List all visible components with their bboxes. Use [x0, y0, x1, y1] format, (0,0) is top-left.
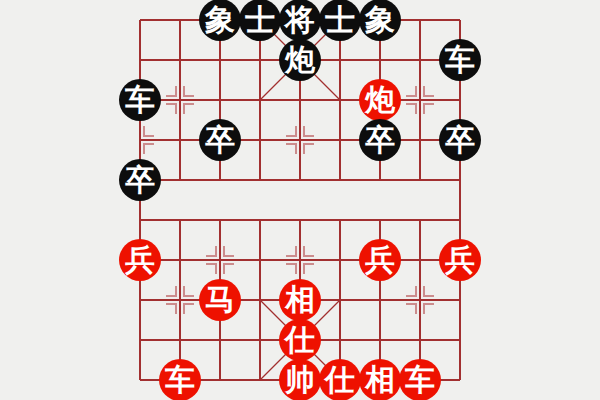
piece-red-advisor[interactable]: 仕 — [319, 359, 361, 400]
piece-black-elephant[interactable]: 象 — [359, 0, 401, 41]
piece-black-soldier[interactable]: 卒 — [119, 159, 161, 201]
piece-black-soldier[interactable]: 卒 — [199, 119, 241, 161]
pieces-layer: 象士将士象炮车车炮卒卒卒卒兵兵兵马相仕车帅仕相车 — [0, 0, 600, 400]
piece-black-advisor[interactable]: 士 — [239, 0, 281, 41]
piece-black-chariot[interactable]: 车 — [439, 39, 481, 81]
piece-red-cannon[interactable]: 炮 — [359, 79, 401, 121]
piece-black-chariot[interactable]: 车 — [119, 79, 161, 121]
piece-red-soldier[interactable]: 兵 — [119, 239, 161, 281]
piece-red-soldier[interactable]: 兵 — [439, 239, 481, 281]
xiangqi-board[interactable]: 象士将士象炮车车炮卒卒卒卒兵兵兵马相仕车帅仕相车 — [0, 0, 600, 400]
piece-black-general[interactable]: 将 — [279, 0, 321, 41]
piece-red-horse[interactable]: 马 — [199, 279, 241, 321]
piece-red-elephant[interactable]: 相 — [359, 359, 401, 400]
piece-black-advisor[interactable]: 士 — [319, 0, 361, 41]
piece-red-advisor[interactable]: 仕 — [279, 319, 321, 361]
piece-red-chariot[interactable]: 车 — [399, 359, 441, 400]
piece-red-chariot[interactable]: 车 — [159, 359, 201, 400]
piece-black-elephant[interactable]: 象 — [199, 0, 241, 41]
piece-red-elephant[interactable]: 相 — [279, 279, 321, 321]
piece-black-soldier[interactable]: 卒 — [439, 119, 481, 161]
piece-red-general[interactable]: 帅 — [279, 359, 321, 400]
piece-black-cannon[interactable]: 炮 — [279, 39, 321, 81]
piece-black-soldier[interactable]: 卒 — [359, 119, 401, 161]
piece-red-soldier[interactable]: 兵 — [359, 239, 401, 281]
